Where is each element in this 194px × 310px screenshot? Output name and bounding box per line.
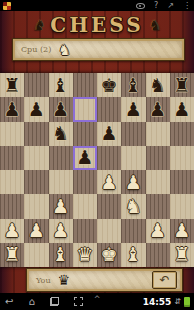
white-bishop[interactable]: ♝ <box>125 245 142 264</box>
opponent-bar: Cpu (2) ♞ <box>12 38 185 61</box>
square-e1[interactable]: ♚ <box>97 243 121 267</box>
square-f7[interactable]: ♟ <box>121 97 145 121</box>
black-bishop[interactable]: ♝ <box>52 76 69 95</box>
square-a8[interactable]: ♜ <box>0 73 24 97</box>
square-e5[interactable] <box>97 146 121 170</box>
square-h1[interactable]: ♜ <box>170 243 194 267</box>
eye-icon[interactable] <box>136 3 145 9</box>
square-d4[interactable] <box>73 170 97 194</box>
network-icon: ⇵ <box>174 297 181 306</box>
square-c3[interactable]: ♟ <box>49 194 73 218</box>
back-icon[interactable]: ↩ <box>5 297 13 307</box>
black-rook[interactable]: ♜ <box>4 76 21 95</box>
white-pawn[interactable]: ♟ <box>125 173 142 192</box>
square-a7[interactable]: ♟ <box>0 97 24 121</box>
white-rook[interactable]: ♜ <box>173 245 190 264</box>
square-h5[interactable] <box>170 146 194 170</box>
square-d1[interactable]: ♛ <box>73 243 97 267</box>
square-g2[interactable]: ♟ <box>146 219 170 243</box>
white-pawn[interactable]: ♟ <box>101 173 118 192</box>
square-d3[interactable] <box>73 194 97 218</box>
white-king[interactable]: ♚ <box>101 245 118 264</box>
square-d7[interactable] <box>73 97 97 121</box>
square-a2[interactable]: ♟ <box>0 219 24 243</box>
recents-icon[interactable] <box>50 297 59 306</box>
white-pawn[interactable]: ♟ <box>52 221 69 240</box>
white-knight[interactable]: ♞ <box>125 197 142 216</box>
square-g1[interactable] <box>146 243 170 267</box>
square-h3[interactable] <box>170 194 194 218</box>
knight-decoration-right-icon: ♞ <box>149 18 162 32</box>
square-e8[interactable]: ♚ <box>97 73 121 97</box>
square-g3[interactable] <box>146 194 170 218</box>
home-icon[interactable]: ⌂ <box>28 297 34 307</box>
square-h8[interactable]: ♜ <box>170 73 194 97</box>
black-pawn[interactable]: ♟ <box>4 100 21 119</box>
square-h4[interactable] <box>170 170 194 194</box>
square-f2[interactable] <box>121 219 145 243</box>
square-b8[interactable] <box>24 73 48 97</box>
square-f8[interactable]: ♝ <box>121 73 145 97</box>
white-rook[interactable]: ♜ <box>4 245 21 264</box>
square-c6[interactable]: ♞ <box>49 122 73 146</box>
square-b7[interactable]: ♟ <box>24 97 48 121</box>
black-pawn[interactable]: ♟ <box>76 148 93 167</box>
square-c2[interactable]: ♟ <box>49 219 73 243</box>
player-bar: You ♛ ↶ <box>26 268 183 292</box>
square-a3[interactable] <box>0 194 24 218</box>
square-d2[interactable] <box>73 219 97 243</box>
undo-button[interactable]: ↶ <box>152 271 177 289</box>
square-e7[interactable] <box>97 97 121 121</box>
help-icon[interactable]: ? <box>154 1 158 11</box>
app-icon <box>3 2 11 10</box>
square-c5[interactable] <box>49 146 73 170</box>
share-icon[interactable]: ↗ <box>167 1 174 11</box>
black-king[interactable]: ♚ <box>101 76 118 95</box>
square-c1[interactable]: ♝ <box>49 243 73 267</box>
square-g4[interactable] <box>146 170 170 194</box>
navigation-bar: ↩ ⌂ ^ 14:55 ⇵ <box>0 293 194 310</box>
white-bishop[interactable]: ♝ <box>52 245 69 264</box>
white-pawn[interactable]: ♟ <box>28 221 45 240</box>
chess-board: ♜♝♚♝♞♜♟♟♟♟♟♟♞♟♟♟♟♟♞♟♟♟♟♟♜♝♛♚♝♜ <box>0 73 194 267</box>
square-f3[interactable]: ♞ <box>121 194 145 218</box>
black-pawn[interactable]: ♟ <box>173 100 190 119</box>
app-title: CHESS <box>50 13 144 37</box>
square-e3[interactable] <box>97 194 121 218</box>
square-c4[interactable] <box>49 170 73 194</box>
black-pawn[interactable]: ♟ <box>101 124 118 143</box>
black-knight[interactable]: ♞ <box>149 76 166 95</box>
square-b2[interactable]: ♟ <box>24 219 48 243</box>
square-f1[interactable]: ♝ <box>121 243 145 267</box>
captured-black-queen-icon: ♛ <box>58 273 71 287</box>
player-label: You <box>36 276 51 285</box>
white-pawn[interactable]: ♟ <box>4 221 21 240</box>
square-a4[interactable] <box>0 170 24 194</box>
captured-white-knight-icon: ♞ <box>58 43 71 57</box>
square-b6[interactable] <box>24 122 48 146</box>
black-pawn[interactable]: ♟ <box>28 100 45 119</box>
square-h6[interactable] <box>170 122 194 146</box>
square-g5[interactable] <box>146 146 170 170</box>
square-e4[interactable]: ♟ <box>97 170 121 194</box>
square-g7[interactable]: ♟ <box>146 97 170 121</box>
status-bar: ? ↗ ⋮ <box>0 0 194 11</box>
title-band: ♞ CHESS ♞ <box>0 11 194 38</box>
black-pawn[interactable]: ♟ <box>125 100 142 119</box>
square-a5[interactable] <box>0 146 24 170</box>
square-e6[interactable]: ♟ <box>97 122 121 146</box>
caret-icon[interactable]: ^ <box>94 295 101 304</box>
black-rook[interactable]: ♜ <box>173 76 190 95</box>
black-pawn[interactable]: ♟ <box>149 100 166 119</box>
square-h7[interactable]: ♟ <box>170 97 194 121</box>
white-pawn[interactable]: ♟ <box>149 221 166 240</box>
square-d8[interactable] <box>73 73 97 97</box>
square-f4[interactable]: ♟ <box>121 170 145 194</box>
eye-pupil <box>139 5 141 7</box>
white-pawn[interactable]: ♟ <box>52 197 69 216</box>
square-h2[interactable]: ♟ <box>170 219 194 243</box>
chess-app-screen: ? ↗ ⋮ ♞ CHESS ♞ Cpu (2) ♞ ♜♝♚♝♞♜♟♟♟♟♟♟♞♟… <box>0 0 194 310</box>
black-pawn[interactable]: ♟ <box>52 100 69 119</box>
square-d6[interactable] <box>73 122 97 146</box>
black-bishop[interactable]: ♝ <box>125 76 142 95</box>
square-f6[interactable] <box>121 122 145 146</box>
battery-icon <box>184 297 190 307</box>
square-b5[interactable] <box>24 146 48 170</box>
square-e2[interactable] <box>97 219 121 243</box>
screenshot-icon[interactable] <box>74 297 83 306</box>
square-c7[interactable]: ♟ <box>49 97 73 121</box>
overflow-menu-icon[interactable]: ⋮ <box>183 1 191 11</box>
white-queen[interactable]: ♛ <box>76 245 93 264</box>
square-b1[interactable] <box>24 243 48 267</box>
square-g8[interactable]: ♞ <box>146 73 170 97</box>
black-knight[interactable]: ♞ <box>52 124 69 143</box>
square-b4[interactable] <box>24 170 48 194</box>
clock: 14:55 <box>143 297 172 307</box>
square-a6[interactable] <box>0 122 24 146</box>
knight-decoration-left-icon: ♞ <box>33 18 46 32</box>
square-b3[interactable] <box>24 194 48 218</box>
square-f5[interactable] <box>121 146 145 170</box>
square-g6[interactable] <box>146 122 170 146</box>
opponent-label: Cpu (2) <box>21 45 51 54</box>
square-c8[interactable]: ♝ <box>49 73 73 97</box>
white-pawn[interactable]: ♟ <box>173 221 190 240</box>
square-d5[interactable]: ♟ <box>73 146 97 170</box>
square-a1[interactable]: ♜ <box>0 243 24 267</box>
